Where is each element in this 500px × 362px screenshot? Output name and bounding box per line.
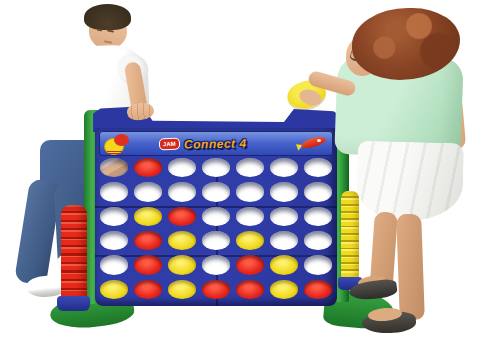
yellow-disc bbox=[168, 280, 196, 299]
cell-r5c3[interactable] bbox=[165, 253, 199, 277]
cell-r4c1[interactable] bbox=[97, 229, 131, 253]
woman-back-leg bbox=[396, 214, 425, 321]
yellow-disc bbox=[168, 231, 196, 250]
cell-r6c2[interactable] bbox=[131, 278, 165, 302]
banner-fine-print bbox=[107, 153, 120, 154]
cell-r1c1[interactable] bbox=[97, 156, 131, 180]
cell-r3c7[interactable] bbox=[301, 205, 335, 229]
empty-hole bbox=[202, 182, 230, 201]
cell-r4c2[interactable] bbox=[131, 229, 165, 253]
red-disc bbox=[134, 158, 162, 177]
connect4-grid bbox=[97, 156, 335, 302]
cell-r3c3[interactable] bbox=[165, 205, 199, 229]
red-disc bbox=[236, 280, 264, 299]
cell-r2c3[interactable] bbox=[165, 180, 199, 204]
cell-r4c3[interactable] bbox=[165, 229, 199, 253]
rocket-window bbox=[317, 139, 321, 142]
empty-hole bbox=[236, 207, 264, 226]
cell-r2c4[interactable] bbox=[199, 180, 233, 204]
yellow-disc bbox=[100, 280, 128, 299]
cell-r4c5[interactable] bbox=[233, 229, 267, 253]
brand-badge: JAM bbox=[159, 137, 180, 150]
empty-hole bbox=[236, 182, 264, 201]
cell-r1c5[interactable] bbox=[233, 156, 267, 180]
cell-r6c7[interactable] bbox=[301, 278, 335, 302]
empty-hole bbox=[304, 182, 332, 201]
empty-hole bbox=[304, 207, 332, 226]
cell-r5c5[interactable] bbox=[233, 253, 267, 277]
cell-r5c1[interactable] bbox=[97, 253, 131, 277]
banner-red-disc-icon bbox=[114, 134, 129, 146]
cell-r5c6[interactable] bbox=[267, 253, 301, 277]
empty-hole bbox=[270, 182, 298, 201]
empty-hole bbox=[270, 158, 298, 177]
rocket-body bbox=[300, 135, 327, 151]
empty-hole bbox=[270, 231, 298, 250]
cell-r6c6[interactable] bbox=[267, 278, 301, 302]
cell-r2c2[interactable] bbox=[131, 180, 165, 204]
man-hair bbox=[84, 4, 131, 30]
empty-hole bbox=[100, 207, 128, 226]
red-disc-tray bbox=[61, 205, 87, 299]
empty-hole bbox=[304, 255, 332, 274]
yellow-disc bbox=[134, 207, 162, 226]
red-disc bbox=[202, 280, 230, 299]
empty-hole bbox=[202, 231, 230, 250]
cell-r1c3[interactable] bbox=[165, 156, 199, 180]
cell-r6c1[interactable] bbox=[97, 278, 131, 302]
empty-hole bbox=[270, 207, 298, 226]
cell-r3c5[interactable] bbox=[233, 205, 267, 229]
red-disc bbox=[168, 207, 196, 226]
cell-r2c6[interactable] bbox=[267, 180, 301, 204]
red-disc bbox=[304, 280, 332, 299]
board-banner: JAM Connect 4 bbox=[99, 131, 333, 156]
cell-r4c4[interactable] bbox=[199, 229, 233, 253]
cell-r3c2[interactable] bbox=[131, 205, 165, 229]
empty-hole bbox=[202, 207, 230, 226]
yellow-disc bbox=[168, 255, 196, 274]
empty-hole bbox=[202, 158, 230, 177]
yellow-disc bbox=[270, 255, 298, 274]
cell-r2c5[interactable] bbox=[233, 180, 267, 204]
yellow-disc bbox=[270, 280, 298, 299]
cell-r2c7[interactable] bbox=[301, 180, 335, 204]
cell-r1c7[interactable] bbox=[301, 156, 335, 180]
empty-hole bbox=[100, 231, 128, 250]
cell-r5c4[interactable] bbox=[199, 253, 233, 277]
red-disc bbox=[236, 255, 264, 274]
cell-r1c2[interactable] bbox=[131, 156, 165, 180]
cell-r2c1[interactable] bbox=[97, 180, 131, 204]
empty-hole bbox=[304, 231, 332, 250]
empty-hole-arm-visible bbox=[100, 158, 128, 177]
red-disc bbox=[134, 280, 162, 299]
cell-r3c4[interactable] bbox=[199, 205, 233, 229]
empty-hole bbox=[100, 182, 128, 201]
empty-hole bbox=[100, 255, 128, 274]
cell-r5c7[interactable] bbox=[301, 253, 335, 277]
empty-hole bbox=[304, 158, 332, 177]
empty-hole bbox=[168, 182, 196, 201]
red-tray-holder bbox=[57, 296, 90, 311]
woman-white-skirt bbox=[356, 141, 464, 222]
game-title: Connect 4 bbox=[184, 136, 247, 151]
cell-r1c6[interactable] bbox=[267, 156, 301, 180]
yellow-disc-tray bbox=[341, 191, 359, 279]
cell-r3c1[interactable] bbox=[97, 205, 131, 229]
banner-fine-print bbox=[107, 151, 123, 152]
empty-hole bbox=[202, 255, 230, 274]
cell-r6c3[interactable] bbox=[165, 278, 199, 302]
cell-r1c4[interactable] bbox=[199, 156, 233, 180]
rocket-icon bbox=[297, 135, 327, 151]
red-disc bbox=[134, 231, 162, 250]
empty-hole bbox=[168, 158, 196, 177]
empty-hole bbox=[134, 182, 162, 201]
empty-hole bbox=[236, 158, 264, 177]
cell-r3c6[interactable] bbox=[267, 205, 301, 229]
giant-connect4-photo: JAM Connect 4 bbox=[0, 0, 500, 362]
cell-r5c2[interactable] bbox=[131, 253, 165, 277]
cell-r4c7[interactable] bbox=[301, 229, 335, 253]
cell-r4c6[interactable] bbox=[267, 229, 301, 253]
cell-r6c5[interactable] bbox=[233, 278, 267, 302]
yellow-disc bbox=[236, 231, 264, 250]
cell-r6c4[interactable] bbox=[199, 278, 233, 302]
red-disc bbox=[134, 255, 162, 274]
